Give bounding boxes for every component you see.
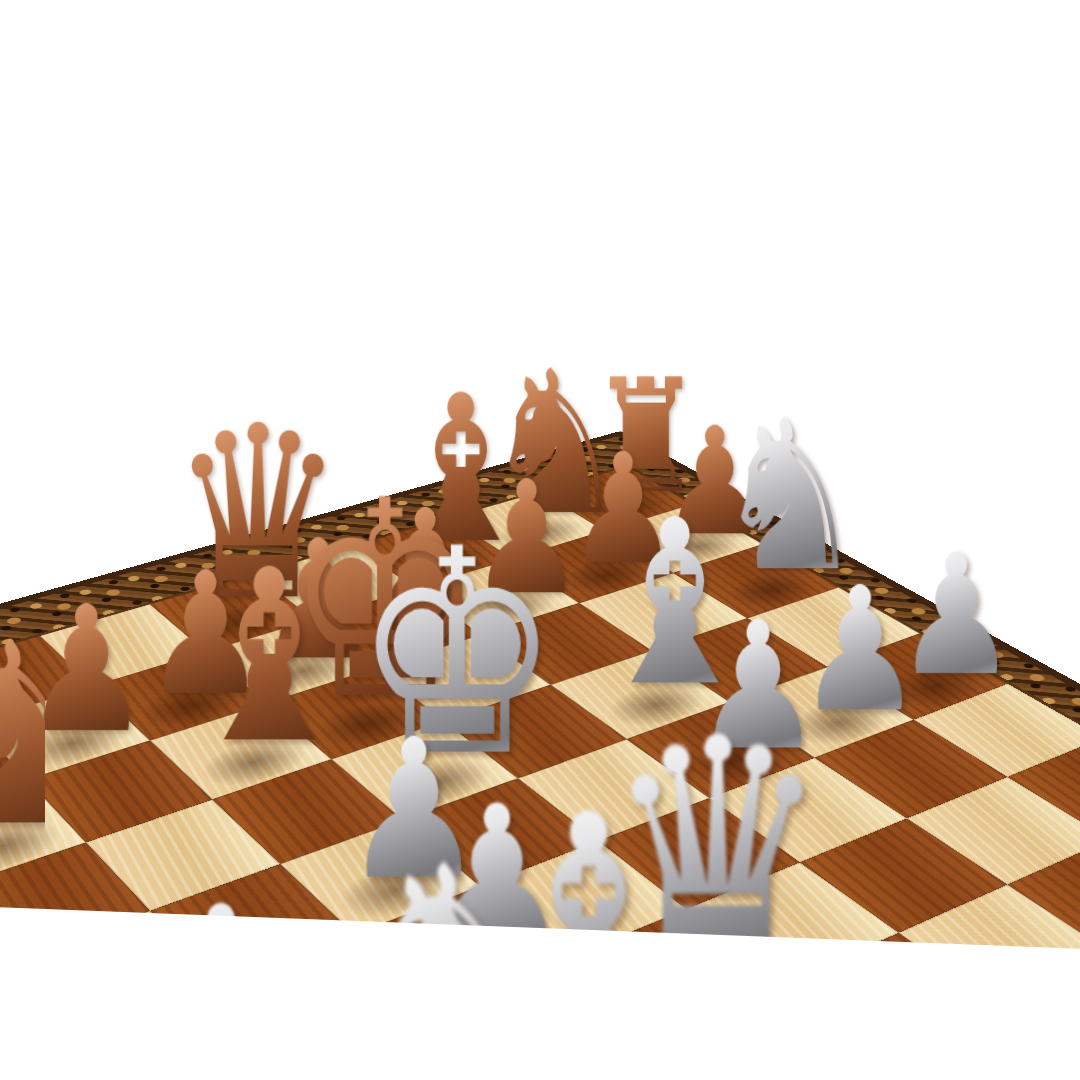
bishop-glyph: ♝ (182, 538, 356, 775)
product-photo-scene: ♛♝♞♜♟♟♟♟♟♟♟♟♞♝♚♞♚♝♟♟♟♟♟♟♜♞♝♛ (0, 0, 1080, 1080)
knight-glyph: ♞ (0, 609, 109, 861)
